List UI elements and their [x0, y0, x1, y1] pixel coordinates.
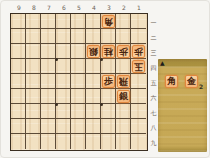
- square-1-1[interactable]: [131, 14, 146, 29]
- row-label-1: 一: [149, 15, 158, 30]
- square-7-5[interactable]: [41, 74, 56, 89]
- square-8-5[interactable]: [26, 74, 41, 89]
- square-9-1[interactable]: [11, 14, 26, 29]
- square-7-7[interactable]: [41, 104, 56, 119]
- piece-gote-玉-14[interactable]: 玉: [132, 60, 145, 73]
- square-5-3[interactable]: [71, 44, 86, 59]
- square-8-6[interactable]: [26, 89, 41, 104]
- square-1-8[interactable]: [131, 119, 146, 134]
- square-6-1[interactable]: [56, 14, 71, 29]
- square-7-1[interactable]: [41, 14, 56, 29]
- square-4-4[interactable]: [86, 59, 101, 74]
- square-5-9[interactable]: [71, 134, 86, 149]
- row-label-3: 三: [149, 45, 158, 60]
- square-8-7[interactable]: [26, 104, 41, 119]
- square-7-8[interactable]: [41, 119, 56, 134]
- hand-piece-金[interactable]: 金: [185, 75, 198, 88]
- col-label-4: 4: [87, 3, 102, 12]
- square-5-4[interactable]: [71, 59, 86, 74]
- square-8-1[interactable]: [26, 14, 41, 29]
- square-5-1[interactable]: [71, 14, 86, 29]
- row-label-9: 九: [149, 135, 158, 150]
- col-label-7: 7: [42, 3, 57, 12]
- square-9-8[interactable]: [11, 119, 26, 134]
- hand-count-金: 2: [199, 84, 203, 90]
- square-7-9[interactable]: [41, 134, 56, 149]
- sente-marker-icon: ▲: [160, 59, 165, 67]
- hand-piece-角[interactable]: 角: [165, 75, 178, 88]
- square-3-6[interactable]: [101, 89, 116, 104]
- piece-gote-角-31[interactable]: 角: [102, 15, 115, 28]
- piece-sente-歩-35[interactable]: 歩: [102, 75, 115, 88]
- piece-gote-歩-13[interactable]: 歩: [132, 45, 145, 58]
- row-label-5: 五: [149, 75, 158, 90]
- square-9-5[interactable]: [11, 74, 26, 89]
- square-2-1[interactable]: [116, 14, 131, 29]
- square-6-9[interactable]: [56, 134, 71, 149]
- row-label-8: 八: [149, 120, 158, 135]
- square-9-2[interactable]: [11, 29, 26, 44]
- square-6-2[interactable]: [56, 29, 71, 44]
- square-3-8[interactable]: [101, 119, 116, 134]
- col-label-2: 2: [117, 3, 132, 12]
- square-6-7[interactable]: [56, 104, 71, 119]
- square-2-9[interactable]: [116, 134, 131, 149]
- col-label-9: 9: [12, 3, 27, 12]
- piece-gote-歩-23[interactable]: 歩: [117, 45, 130, 58]
- star-point: [55, 103, 58, 106]
- square-2-8[interactable]: [116, 119, 131, 134]
- square-4-7[interactable]: [86, 104, 101, 119]
- square-7-3[interactable]: [41, 44, 56, 59]
- square-1-6[interactable]: [131, 89, 146, 104]
- square-1-5[interactable]: [131, 74, 146, 89]
- square-4-9[interactable]: [86, 134, 101, 149]
- col-label-1: 1: [132, 3, 147, 12]
- row-label-2: 二: [149, 30, 158, 45]
- square-6-6[interactable]: [56, 89, 71, 104]
- piece-gote-桂-33[interactable]: 桂: [102, 45, 115, 58]
- square-6-5[interactable]: [56, 74, 71, 89]
- square-9-9[interactable]: [11, 134, 26, 149]
- square-3-2[interactable]: [101, 29, 116, 44]
- piece-gote-銀-43[interactable]: 銀: [87, 45, 100, 58]
- square-8-4[interactable]: [26, 59, 41, 74]
- square-5-2[interactable]: [71, 29, 86, 44]
- square-6-3[interactable]: [56, 44, 71, 59]
- square-5-7[interactable]: [71, 104, 86, 119]
- square-9-6[interactable]: [11, 89, 26, 104]
- square-4-5[interactable]: [86, 74, 101, 89]
- square-2-2[interactable]: [116, 29, 131, 44]
- square-9-7[interactable]: [11, 104, 26, 119]
- square-7-6[interactable]: [41, 89, 56, 104]
- col-label-5: 5: [72, 3, 87, 12]
- square-4-6[interactable]: [86, 89, 101, 104]
- piece-sente-銀-26[interactable]: 銀: [117, 90, 130, 103]
- square-1-2[interactable]: [131, 29, 146, 44]
- square-3-4[interactable]: [101, 59, 116, 74]
- piece-gote-飛-25[interactable]: 飛: [117, 75, 130, 88]
- row-label-7: 七: [149, 105, 158, 120]
- square-8-2[interactable]: [26, 29, 41, 44]
- square-5-5[interactable]: [71, 74, 86, 89]
- square-7-4[interactable]: [41, 59, 56, 74]
- square-1-7[interactable]: [131, 104, 146, 119]
- komadai-grain: [158, 59, 207, 152]
- square-9-3[interactable]: [11, 44, 26, 59]
- square-4-1[interactable]: [86, 14, 101, 29]
- square-2-7[interactable]: [116, 104, 131, 119]
- row-label-4: 四: [149, 60, 158, 75]
- col-label-3: 3: [102, 3, 117, 12]
- square-8-8[interactable]: [26, 119, 41, 134]
- square-9-4[interactable]: [11, 59, 26, 74]
- square-3-7[interactable]: [101, 104, 116, 119]
- square-5-6[interactable]: [71, 89, 86, 104]
- star-point: [100, 58, 103, 61]
- square-6-8[interactable]: [56, 119, 71, 134]
- komadai-hand-tray: ▲ 角金2: [158, 59, 207, 152]
- square-4-8[interactable]: [86, 119, 101, 134]
- shogi-board: 角銀桂歩歩玉飛歩銀: [10, 13, 148, 151]
- col-label-6: 6: [57, 3, 72, 12]
- square-1-9[interactable]: [131, 134, 146, 149]
- square-7-2[interactable]: [41, 29, 56, 44]
- square-3-9[interactable]: [101, 134, 116, 149]
- square-2-4[interactable]: [116, 59, 131, 74]
- square-6-4[interactable]: [56, 59, 71, 74]
- row-label-6: 六: [149, 90, 158, 105]
- col-label-8: 8: [27, 3, 42, 12]
- star-point: [55, 58, 58, 61]
- square-8-9[interactable]: [26, 134, 41, 149]
- star-point: [100, 103, 103, 106]
- square-8-3[interactable]: [26, 44, 41, 59]
- square-4-2[interactable]: [86, 29, 101, 44]
- square-5-8[interactable]: [71, 119, 86, 134]
